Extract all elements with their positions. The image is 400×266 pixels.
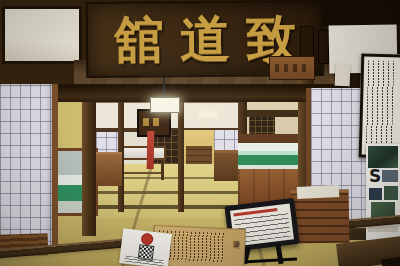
transom-panel <box>2 6 82 64</box>
vertical-text-columns <box>366 61 394 148</box>
poster-letter: S <box>369 168 381 185</box>
poster-photo <box>369 188 382 200</box>
hall-photo: 舘 道 致 S 講堂 <box>0 0 400 266</box>
poster-photo <box>384 186 398 200</box>
info-card <box>119 228 172 266</box>
hanging-wood-tablet <box>318 30 329 64</box>
wood-post <box>178 102 184 212</box>
table-shelf <box>123 172 161 174</box>
small-paper-sign <box>335 64 351 87</box>
glass-display-table <box>118 146 166 182</box>
plaque-gold-characters <box>143 118 161 126</box>
paper-title: 講堂 <box>230 234 241 262</box>
poster-photo <box>382 170 398 182</box>
table-leg <box>161 160 164 180</box>
case-glass-green-felt <box>238 143 304 169</box>
poster-photo <box>368 146 398 168</box>
left-shoji-screen <box>0 84 58 254</box>
right-inner-beam <box>247 110 303 117</box>
left-pillar <box>82 84 96 236</box>
poster-caption-strip <box>368 226 398 232</box>
fluorescent-light <box>150 97 180 113</box>
sign-character: 道 <box>180 14 230 64</box>
floor-shadow-corner <box>381 257 400 266</box>
left-wooden-case <box>96 152 122 186</box>
red-banner <box>147 131 155 169</box>
back-ceiling-light <box>199 111 217 117</box>
case-top-rail <box>238 134 304 143</box>
glass-top <box>118 146 166 160</box>
sign-character: 舘 <box>114 14 164 64</box>
plaque-characters <box>275 64 309 72</box>
horizontal-wood-plaque <box>269 56 315 80</box>
paper-on-case <box>297 185 340 199</box>
framed-calligraphy-document <box>359 53 400 158</box>
ceiling-shadow <box>316 0 400 26</box>
